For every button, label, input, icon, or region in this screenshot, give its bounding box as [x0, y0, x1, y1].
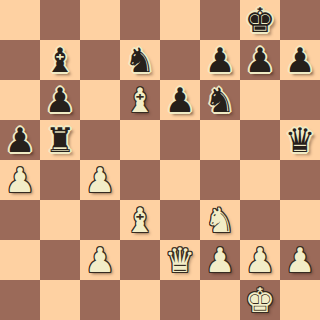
square-f7[interactable]: ♟	[200, 40, 240, 80]
white-bishop[interactable]: ♝	[125, 80, 155, 120]
black-pawn[interactable]: ♟	[45, 80, 75, 120]
square-d4[interactable]	[120, 160, 160, 200]
white-pawn[interactable]: ♟	[85, 160, 115, 200]
square-c2[interactable]: ♟	[80, 240, 120, 280]
square-f6[interactable]: ♞	[200, 80, 240, 120]
white-king[interactable]: ♚	[245, 280, 275, 320]
square-b3[interactable]	[40, 200, 80, 240]
square-b2[interactable]	[40, 240, 80, 280]
square-d3[interactable]: ♝	[120, 200, 160, 240]
square-e7[interactable]	[160, 40, 200, 80]
white-pawn[interactable]: ♟	[85, 240, 115, 280]
square-e4[interactable]	[160, 160, 200, 200]
square-e2[interactable]: ♛	[160, 240, 200, 280]
square-d6[interactable]: ♝	[120, 80, 160, 120]
square-f2[interactable]: ♟	[200, 240, 240, 280]
square-b1[interactable]	[40, 280, 80, 320]
square-b4[interactable]	[40, 160, 80, 200]
square-b6[interactable]: ♟	[40, 80, 80, 120]
square-g7[interactable]: ♟	[240, 40, 280, 80]
black-pawn[interactable]: ♟	[165, 80, 195, 120]
square-a3[interactable]	[0, 200, 40, 240]
black-pawn[interactable]: ♟	[245, 40, 275, 80]
square-h8[interactable]	[280, 0, 320, 40]
black-king[interactable]: ♚	[245, 0, 275, 40]
square-a2[interactable]	[0, 240, 40, 280]
square-f4[interactable]	[200, 160, 240, 200]
chess-board: ♚♝♞♟♟♟♟♝♟♞♟♜♛♟♟♝♞♟♛♟♟♟♚	[0, 0, 320, 320]
square-a7[interactable]	[0, 40, 40, 80]
black-pawn[interactable]: ♟	[285, 40, 315, 80]
square-h3[interactable]	[280, 200, 320, 240]
square-g5[interactable]	[240, 120, 280, 160]
square-g6[interactable]	[240, 80, 280, 120]
square-h7[interactable]: ♟	[280, 40, 320, 80]
white-knight[interactable]: ♞	[205, 200, 235, 240]
square-d1[interactable]	[120, 280, 160, 320]
square-c8[interactable]	[80, 0, 120, 40]
square-f1[interactable]	[200, 280, 240, 320]
square-e8[interactable]	[160, 0, 200, 40]
square-f3[interactable]: ♞	[200, 200, 240, 240]
square-g8[interactable]: ♚	[240, 0, 280, 40]
square-h4[interactable]	[280, 160, 320, 200]
black-bishop[interactable]: ♝	[45, 40, 75, 80]
square-b7[interactable]: ♝	[40, 40, 80, 80]
white-bishop[interactable]: ♝	[125, 200, 155, 240]
square-c6[interactable]	[80, 80, 120, 120]
square-a6[interactable]	[0, 80, 40, 120]
square-c5[interactable]	[80, 120, 120, 160]
square-c7[interactable]	[80, 40, 120, 80]
square-f5[interactable]	[200, 120, 240, 160]
square-g3[interactable]	[240, 200, 280, 240]
black-pawn[interactable]: ♟	[5, 120, 35, 160]
square-a5[interactable]: ♟	[0, 120, 40, 160]
black-knight[interactable]: ♞	[125, 40, 155, 80]
white-queen[interactable]: ♛	[165, 240, 195, 280]
square-e6[interactable]: ♟	[160, 80, 200, 120]
square-h1[interactable]	[280, 280, 320, 320]
white-pawn[interactable]: ♟	[245, 240, 275, 280]
white-pawn[interactable]: ♟	[285, 240, 315, 280]
white-pawn[interactable]: ♟	[205, 240, 235, 280]
square-a1[interactable]	[0, 280, 40, 320]
square-a8[interactable]	[0, 0, 40, 40]
black-knight[interactable]: ♞	[205, 80, 235, 120]
square-b8[interactable]	[40, 0, 80, 40]
square-g2[interactable]: ♟	[240, 240, 280, 280]
square-d5[interactable]	[120, 120, 160, 160]
square-h5[interactable]: ♛	[280, 120, 320, 160]
square-e5[interactable]	[160, 120, 200, 160]
square-h6[interactable]	[280, 80, 320, 120]
square-e3[interactable]	[160, 200, 200, 240]
square-g4[interactable]	[240, 160, 280, 200]
black-queen[interactable]: ♛	[285, 120, 315, 160]
square-d7[interactable]: ♞	[120, 40, 160, 80]
black-pawn[interactable]: ♟	[205, 40, 235, 80]
square-b5[interactable]: ♜	[40, 120, 80, 160]
screenshot: ♚♝♞♟♟♟♟♝♟♞♟♜♛♟♟♝♞♟♛♟♟♟♚	[0, 0, 320, 320]
square-c3[interactable]	[80, 200, 120, 240]
black-rook[interactable]: ♜	[45, 120, 75, 160]
square-c1[interactable]	[80, 280, 120, 320]
square-a4[interactable]: ♟	[0, 160, 40, 200]
square-d2[interactable]	[120, 240, 160, 280]
square-e1[interactable]	[160, 280, 200, 320]
square-h2[interactable]: ♟	[280, 240, 320, 280]
square-c4[interactable]: ♟	[80, 160, 120, 200]
square-f8[interactable]	[200, 0, 240, 40]
square-d8[interactable]	[120, 0, 160, 40]
white-pawn[interactable]: ♟	[5, 160, 35, 200]
square-g1[interactable]: ♚	[240, 280, 280, 320]
